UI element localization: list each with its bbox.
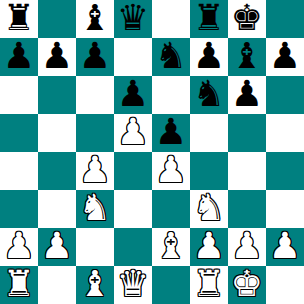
square-h3[interactable] [266,190,304,228]
square-g3[interactable] [228,190,266,228]
piece-black-pawn[interactable]: ♟ [155,114,187,150]
square-e3[interactable] [152,190,190,228]
piece-white-queen[interactable]: ♛ [117,266,149,302]
square-b5[interactable] [38,114,76,152]
square-a2[interactable]: ♟ [0,228,38,266]
square-e4[interactable]: ♟ [152,152,190,190]
piece-black-knight[interactable]: ♞ [155,38,187,74]
piece-black-pawn[interactable]: ♟ [269,38,301,74]
piece-black-pawn[interactable]: ♟ [3,38,35,74]
square-g1[interactable]: ♚ [228,266,266,304]
square-g5[interactable] [228,114,266,152]
square-f1[interactable]: ♜ [190,266,228,304]
square-h1[interactable] [266,266,304,304]
square-f3[interactable]: ♞ [190,190,228,228]
square-g7[interactable]: ♝ [228,38,266,76]
square-d4[interactable] [114,152,152,190]
square-d7[interactable] [114,38,152,76]
piece-black-bishop[interactable]: ♝ [231,38,263,74]
square-b3[interactable] [38,190,76,228]
square-e6[interactable] [152,76,190,114]
square-f8[interactable]: ♜ [190,0,228,38]
piece-white-rook[interactable]: ♜ [193,266,225,302]
piece-black-rook[interactable]: ♜ [3,0,35,36]
square-f2[interactable]: ♟ [190,228,228,266]
square-e2[interactable]: ♝ [152,228,190,266]
square-f7[interactable]: ♟ [190,38,228,76]
square-h7[interactable]: ♟ [266,38,304,76]
square-c7[interactable]: ♟ [76,38,114,76]
piece-white-rook[interactable]: ♜ [3,266,35,302]
square-b1[interactable] [38,266,76,304]
piece-black-pawn[interactable]: ♟ [117,76,149,112]
piece-white-pawn[interactable]: ♟ [269,228,301,264]
square-h2[interactable]: ♟ [266,228,304,266]
square-d6[interactable]: ♟ [114,76,152,114]
square-a1[interactable]: ♜ [0,266,38,304]
piece-black-queen[interactable]: ♛ [117,0,149,36]
piece-white-pawn[interactable]: ♟ [117,114,149,150]
square-a8[interactable]: ♜ [0,0,38,38]
square-e8[interactable] [152,0,190,38]
piece-white-bishop[interactable]: ♝ [155,228,187,264]
piece-black-pawn[interactable]: ♟ [79,38,111,74]
piece-white-knight[interactable]: ♞ [193,190,225,226]
piece-black-bishop[interactable]: ♝ [79,0,111,36]
square-a4[interactable] [0,152,38,190]
piece-white-pawn[interactable]: ♟ [3,228,35,264]
piece-black-pawn[interactable]: ♟ [193,38,225,74]
piece-white-pawn[interactable]: ♟ [79,152,111,188]
square-a7[interactable]: ♟ [0,38,38,76]
piece-black-king[interactable]: ♚ [231,0,263,36]
square-f5[interactable] [190,114,228,152]
piece-white-pawn[interactable]: ♟ [193,228,225,264]
square-c5[interactable] [76,114,114,152]
piece-white-pawn[interactable]: ♟ [41,228,73,264]
square-d1[interactable]: ♛ [114,266,152,304]
piece-white-pawn[interactable]: ♟ [155,152,187,188]
square-c6[interactable] [76,76,114,114]
square-g6[interactable]: ♟ [228,76,266,114]
piece-black-pawn[interactable]: ♟ [231,76,263,112]
square-h8[interactable] [266,0,304,38]
square-e5[interactable]: ♟ [152,114,190,152]
piece-black-rook[interactable]: ♜ [193,0,225,36]
piece-black-pawn[interactable]: ♟ [41,38,73,74]
square-b7[interactable]: ♟ [38,38,76,76]
square-h6[interactable] [266,76,304,114]
square-c1[interactable]: ♝ [76,266,114,304]
square-c2[interactable] [76,228,114,266]
square-h4[interactable] [266,152,304,190]
square-g2[interactable]: ♟ [228,228,266,266]
square-b4[interactable] [38,152,76,190]
piece-white-bishop[interactable]: ♝ [79,266,111,302]
piece-black-knight[interactable]: ♞ [193,76,225,112]
square-a5[interactable] [0,114,38,152]
square-b2[interactable]: ♟ [38,228,76,266]
square-a6[interactable] [0,76,38,114]
square-f6[interactable]: ♞ [190,76,228,114]
square-e1[interactable] [152,266,190,304]
square-b6[interactable] [38,76,76,114]
square-d2[interactable] [114,228,152,266]
piece-white-knight[interactable]: ♞ [79,190,111,226]
square-c8[interactable]: ♝ [76,0,114,38]
square-g4[interactable] [228,152,266,190]
chess-board: ♜♝♛♜♚♟♟♟♞♟♝♟♟♞♟♟♟♟♟♞♞♟♟♝♟♟♟♜♝♛♜♚ [0,0,304,304]
square-a3[interactable] [0,190,38,228]
square-g8[interactable]: ♚ [228,0,266,38]
square-c3[interactable]: ♞ [76,190,114,228]
square-c4[interactable]: ♟ [76,152,114,190]
square-b8[interactable] [38,0,76,38]
square-d3[interactable] [114,190,152,228]
square-d5[interactable]: ♟ [114,114,152,152]
square-f4[interactable] [190,152,228,190]
square-h5[interactable] [266,114,304,152]
piece-white-pawn[interactable]: ♟ [231,228,263,264]
piece-white-king[interactable]: ♚ [231,266,263,302]
square-e7[interactable]: ♞ [152,38,190,76]
square-d8[interactable]: ♛ [114,0,152,38]
